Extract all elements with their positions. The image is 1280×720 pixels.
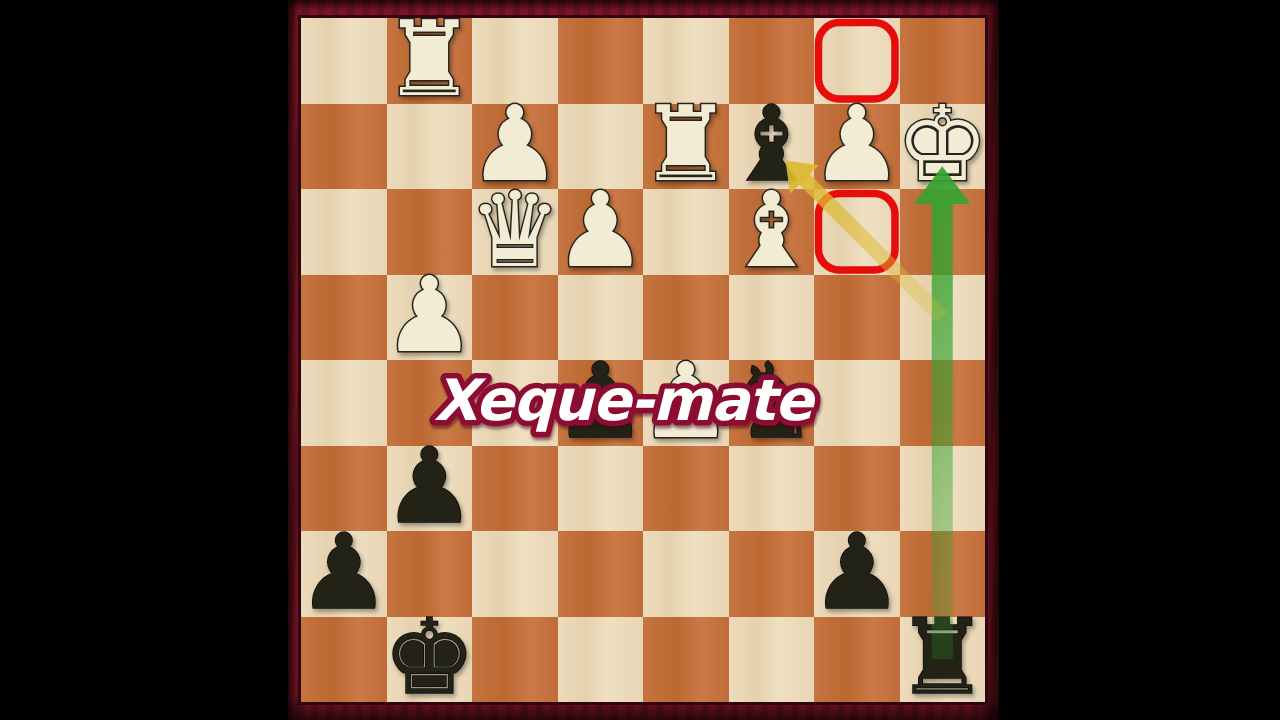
annotations-overlay: ♜♟♜♝♟♚♛♟♝♟♟♟♞♟♟♟♚♜ Xeque-mate xyxy=(301,18,985,702)
caption-text: Xeque-mate xyxy=(434,367,817,433)
black-pawn-g2: ♟ xyxy=(810,511,903,633)
caption-layer: Xeque-mate xyxy=(434,367,817,433)
white-pawn-d6: ♟ xyxy=(554,169,647,291)
pieces-layer: ♜♟♜♝♟♚♛♟♝♟♟♟♞♟♟♟♚♜ xyxy=(301,18,985,702)
letterbox-right xyxy=(999,0,1280,720)
white-rook-e7: ♜ xyxy=(639,83,732,205)
white-queen-c6: ♛ xyxy=(468,169,561,291)
board-frame: ♜♟♜♝♟♚♛♟♝♟♟♟♞♟♟♟♚♜ Xeque-mate xyxy=(288,0,999,720)
white-pawn-b5: ♟ xyxy=(383,254,476,376)
black-pawn-a2: ♟ xyxy=(301,511,390,633)
letterbox-left xyxy=(0,0,288,720)
black-pawn-b3: ♟ xyxy=(383,425,476,547)
white-rook-b8: ♜ xyxy=(383,18,476,120)
green-arrow xyxy=(914,166,971,659)
black-king-b1: ♚ xyxy=(383,596,476,702)
white-pawn-g7: ♟ xyxy=(810,83,903,205)
